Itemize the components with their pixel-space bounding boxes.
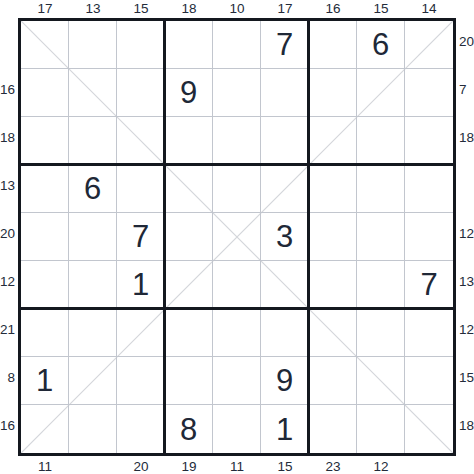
frame-sum-right-row7: 12 (456, 305, 474, 353)
frame-sum-bottom-col7: 23 (309, 456, 357, 474)
cell-r3c2[interactable] (69, 117, 117, 165)
cell-r9c9[interactable] (405, 405, 453, 453)
given-digit: 7 (420, 269, 437, 300)
cell-r1c3[interactable] (117, 21, 165, 69)
cell-r4c1[interactable] (21, 165, 69, 213)
cell-r8c4[interactable] (165, 357, 213, 405)
box-border-vertical-2 (307, 21, 310, 453)
frame-sum-right-row2: 7 (456, 65, 474, 113)
cell-r3c7[interactable] (309, 117, 357, 165)
cell-r9c6[interactable]: 1 (261, 405, 309, 453)
board-cells: 769673171981 (21, 21, 453, 453)
cell-r4c9[interactable] (405, 165, 453, 213)
frame-sum-bottom-col2 (69, 456, 117, 474)
cell-r7c9[interactable] (405, 309, 453, 357)
cell-r6c2[interactable] (69, 261, 117, 309)
cell-r6c3[interactable]: 1 (117, 261, 165, 309)
frame-sum-right-row3: 18 (456, 113, 474, 161)
cell-r8c2[interactable] (69, 357, 117, 405)
given-digit: 1 (132, 269, 149, 300)
corner-top-left (0, 0, 18, 18)
frame-sum-bottom-col1: 11 (21, 456, 69, 474)
cell-r8c8[interactable] (357, 357, 405, 405)
frame-sums-right: 207181213121518 (456, 18, 474, 456)
frame-sums-bottom: 11201911152312 (18, 456, 456, 474)
cell-r6c9[interactable]: 7 (405, 261, 453, 309)
cell-r7c4[interactable] (165, 309, 213, 357)
frame-sum-left-row6: 12 (0, 257, 19, 305)
cell-r3c5[interactable] (213, 117, 261, 165)
cell-r6c1[interactable] (21, 261, 69, 309)
cell-r2c1[interactable] (21, 69, 69, 117)
cell-r8c7[interactable] (309, 357, 357, 405)
cell-r5c9[interactable] (405, 213, 453, 261)
cell-r7c5[interactable] (213, 309, 261, 357)
given-digit: 7 (276, 29, 293, 60)
cell-r3c1[interactable] (21, 117, 69, 165)
frame-sum-top-col2: 13 (69, 0, 117, 18)
cell-r9c3[interactable] (117, 405, 165, 453)
cell-r2c8[interactable] (357, 69, 405, 117)
cell-r2c2[interactable] (69, 69, 117, 117)
given-digit: 9 (180, 77, 197, 108)
cell-r4c3[interactable] (117, 165, 165, 213)
cell-r2c7[interactable] (309, 69, 357, 117)
cell-r6c6[interactable] (261, 261, 309, 309)
frame-sums-left: 161813201221816 (0, 18, 18, 456)
cell-r6c7[interactable] (309, 261, 357, 309)
box-border-horizontal-1 (21, 163, 453, 166)
cell-r9c8[interactable] (357, 405, 405, 453)
cell-r3c6[interactable] (261, 117, 309, 165)
frame-sum-top-col4: 18 (165, 0, 213, 18)
cell-r3c8[interactable] (357, 117, 405, 165)
cell-r8c5[interactable] (213, 357, 261, 405)
sudoku-board: 769673171981 (18, 18, 456, 456)
cell-r1c2[interactable] (69, 21, 117, 69)
cell-r8c1[interactable]: 1 (21, 357, 69, 405)
frame-sum-bottom-col6: 15 (261, 456, 309, 474)
cell-r1c5[interactable] (213, 21, 261, 69)
given-digit: 1 (36, 365, 53, 396)
frame-sum-left-row8: 8 (0, 353, 19, 401)
cell-r2c6[interactable] (261, 69, 309, 117)
frame-sum-left-row7: 21 (0, 305, 19, 353)
given-digit: 6 (84, 173, 101, 204)
cell-r2c9[interactable] (405, 69, 453, 117)
cell-r9c7[interactable] (309, 405, 357, 453)
cell-r1c6[interactable]: 7 (261, 21, 309, 69)
cell-r1c1[interactable] (21, 21, 69, 69)
frame-sum-left-row1 (0, 17, 19, 65)
frame-sum-bottom-col5: 11 (213, 456, 261, 474)
frame-sudoku-puzzle: 171315181017161514 161813201221816 76967… (0, 0, 474, 474)
cell-r2c4[interactable]: 9 (165, 69, 213, 117)
frame-sum-left-row2: 16 (0, 65, 19, 113)
frame-sum-top-col7: 16 (309, 0, 357, 18)
frame-sum-top-col3: 15 (117, 0, 165, 18)
cell-r5c6[interactable]: 3 (261, 213, 309, 261)
cell-r5c2[interactable] (69, 213, 117, 261)
corner-bottom-right (456, 456, 474, 474)
cell-r1c7[interactable] (309, 21, 357, 69)
frame-sum-right-row9: 18 (456, 401, 474, 449)
cell-r9c4[interactable]: 8 (165, 405, 213, 453)
frame-sum-bottom-col9 (405, 456, 453, 474)
cell-r5c1[interactable] (21, 213, 69, 261)
frame-sum-left-row5: 20 (0, 209, 19, 257)
given-digit: 9 (276, 365, 293, 396)
frame-sum-bottom-col3: 20 (117, 456, 165, 474)
box-border-horizontal-2 (21, 307, 453, 310)
frame-sum-right-row1: 20 (456, 17, 474, 65)
cell-r4c4[interactable] (165, 165, 213, 213)
cell-r9c2[interactable] (69, 405, 117, 453)
corner-top-right (456, 0, 474, 18)
frame-sum-bottom-col8: 12 (357, 456, 405, 474)
cell-r1c8[interactable]: 6 (357, 21, 405, 69)
box-border-vertical-1 (163, 21, 166, 453)
frame-sum-right-row6: 13 (456, 257, 474, 305)
frame-sum-top-col1: 17 (21, 0, 69, 18)
cell-r4c5[interactable] (213, 165, 261, 213)
puzzle-layout: 171315181017161514 161813201221816 76967… (0, 0, 474, 474)
cell-r8c3[interactable] (117, 357, 165, 405)
cell-r9c5[interactable] (213, 405, 261, 453)
cell-r7c1[interactable] (21, 309, 69, 357)
cell-r3c3[interactable] (117, 117, 165, 165)
cell-r6c5[interactable] (213, 261, 261, 309)
cell-r5c7[interactable] (309, 213, 357, 261)
cell-r6c4[interactable] (165, 261, 213, 309)
frame-sum-left-row4: 13 (0, 161, 19, 209)
given-digit: 8 (180, 414, 197, 445)
given-digit: 7 (132, 221, 149, 252)
frame-sum-left-row9: 16 (0, 401, 19, 449)
cell-r3c4[interactable] (165, 117, 213, 165)
cell-r4c8[interactable] (357, 165, 405, 213)
given-digit: 6 (372, 29, 389, 60)
corner-bottom-left (0, 456, 18, 474)
given-digit: 1 (276, 414, 293, 445)
cell-r2c5[interactable] (213, 69, 261, 117)
frame-sum-top-col9: 14 (405, 0, 453, 18)
frame-sum-right-row4 (456, 161, 474, 209)
cell-r2c3[interactable] (117, 69, 165, 117)
cell-r3c9[interactable] (405, 117, 453, 165)
cell-r6c8[interactable] (357, 261, 405, 309)
cell-r5c8[interactable] (357, 213, 405, 261)
cell-r5c5[interactable] (213, 213, 261, 261)
cell-r5c3[interactable]: 7 (117, 213, 165, 261)
cell-r1c4[interactable] (165, 21, 213, 69)
frame-sum-top-col6: 17 (261, 0, 309, 18)
cell-r1c9[interactable] (405, 21, 453, 69)
cell-r7c3[interactable] (117, 309, 165, 357)
cell-r9c1[interactable] (21, 405, 69, 453)
cell-r7c6[interactable] (261, 309, 309, 357)
cell-r4c6[interactable] (261, 165, 309, 213)
cell-r7c8[interactable] (357, 309, 405, 357)
cell-r4c2[interactable]: 6 (69, 165, 117, 213)
frame-sum-right-row5: 12 (456, 209, 474, 257)
frame-sum-right-row8: 15 (456, 353, 474, 401)
cell-r7c7[interactable] (309, 309, 357, 357)
cell-r8c6[interactable]: 9 (261, 357, 309, 405)
frame-sum-top-col5: 10 (213, 0, 261, 18)
frame-sum-bottom-col4: 19 (165, 456, 213, 474)
cell-r4c7[interactable] (309, 165, 357, 213)
frame-sums-top: 171315181017161514 (18, 0, 456, 18)
cell-r7c2[interactable] (69, 309, 117, 357)
frame-sum-top-col8: 15 (357, 0, 405, 18)
given-digit: 3 (276, 221, 293, 252)
cell-r8c9[interactable] (405, 357, 453, 405)
cell-r5c4[interactable] (165, 213, 213, 261)
frame-sum-left-row3: 18 (0, 113, 19, 161)
